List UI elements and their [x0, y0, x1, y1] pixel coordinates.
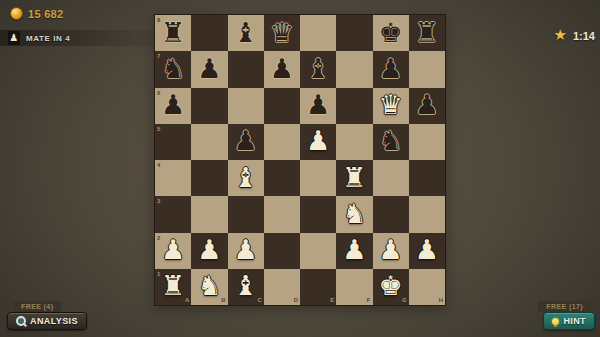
square-f1[interactable]: F	[336, 269, 372, 305]
square-g7[interactable]: ♟	[373, 51, 409, 87]
square-d2[interactable]	[264, 233, 300, 269]
objective-label: MATE IN 4	[26, 34, 70, 43]
square-b3[interactable]	[191, 196, 227, 232]
square-c6[interactable]	[228, 88, 264, 124]
piece-white-pawn[interactable]: ♟	[342, 236, 366, 263]
piece-white-pawn[interactable]: ♟	[161, 236, 185, 263]
rank-label: 8	[157, 17, 160, 23]
piece-black-pawn[interactable]: ♟	[234, 127, 258, 154]
piece-white-king[interactable]: ♚	[379, 272, 403, 299]
square-a6[interactable]: 6♟	[155, 88, 191, 124]
chess-board: 8♜♝♛♚♜7♞♟♟♝♟6♟♟♛♟5♟♟♞4♝♜3♞2♟♟♟♟♟♟1A♜B♞C♝…	[155, 15, 445, 305]
objective-badge: ♟ MATE IN 4	[0, 30, 175, 46]
square-g5[interactable]: ♞	[373, 124, 409, 160]
square-d3[interactable]	[264, 196, 300, 232]
hint-button[interactable]: HINT	[543, 312, 595, 330]
square-a7[interactable]: 7♞	[155, 51, 191, 87]
piece-black-rook[interactable]: ♜	[415, 19, 439, 46]
piece-white-rook[interactable]: ♜	[161, 272, 185, 299]
square-h7[interactable]	[409, 51, 445, 87]
magnifier-icon	[16, 316, 26, 326]
piece-white-queen[interactable]: ♛	[379, 91, 403, 118]
square-g6[interactable]: ♛	[373, 88, 409, 124]
square-c8[interactable]: ♝	[228, 15, 264, 51]
square-h8[interactable]: ♜	[409, 15, 445, 51]
file-label: C	[257, 297, 261, 303]
rank-label: 7	[157, 53, 160, 59]
square-c4[interactable]: ♝	[228, 160, 264, 196]
square-b5[interactable]	[191, 124, 227, 160]
hint-free-badge: FREE (17)	[538, 301, 591, 312]
piece-black-pawn[interactable]: ♟	[306, 91, 330, 118]
piece-black-bishop[interactable]: ♝	[306, 55, 330, 82]
rank-label: 2	[157, 235, 160, 241]
square-h6[interactable]: ♟	[409, 88, 445, 124]
square-f8[interactable]	[336, 15, 372, 51]
piece-black-knight[interactable]: ♞	[379, 127, 403, 154]
square-g4[interactable]	[373, 160, 409, 196]
file-label: A	[185, 297, 189, 303]
hint-button-label: HINT	[563, 316, 586, 326]
file-label: D	[294, 297, 298, 303]
piece-black-king[interactable]: ♚	[379, 19, 403, 46]
square-c7[interactable]	[228, 51, 264, 87]
square-b2[interactable]: ♟	[191, 233, 227, 269]
square-g1[interactable]: G♚	[373, 269, 409, 305]
piece-white-knight[interactable]: ♞	[342, 200, 366, 227]
piece-white-bishop[interactable]: ♝	[234, 272, 258, 299]
analysis-button-label: ANALYSIS	[30, 316, 78, 326]
square-h2[interactable]: ♟	[409, 233, 445, 269]
timer-value: 1:14	[573, 30, 595, 42]
square-c3[interactable]	[228, 196, 264, 232]
square-d8[interactable]: ♛	[264, 15, 300, 51]
square-e5[interactable]: ♟	[300, 124, 336, 160]
piece-black-rook[interactable]: ♜	[161, 19, 185, 46]
square-a3[interactable]: 3	[155, 196, 191, 232]
square-d1[interactable]: D	[264, 269, 300, 305]
square-f6[interactable]	[336, 88, 372, 124]
coin-icon	[10, 7, 23, 20]
square-h3[interactable]	[409, 196, 445, 232]
file-label: H	[439, 297, 443, 303]
square-f5[interactable]	[336, 124, 372, 160]
piece-black-pawn[interactable]: ♟	[197, 55, 221, 82]
piece-black-pawn[interactable]: ♟	[415, 91, 439, 118]
square-d4[interactable]	[264, 160, 300, 196]
square-a1[interactable]: 1A♜	[155, 269, 191, 305]
rank-label: 4	[157, 162, 160, 168]
square-h1[interactable]: H	[409, 269, 445, 305]
square-e4[interactable]	[300, 160, 336, 196]
square-a5[interactable]: 5	[155, 124, 191, 160]
square-e1[interactable]: E	[300, 269, 336, 305]
square-g3[interactable]	[373, 196, 409, 232]
analysis-free-badge: FREE (4)	[13, 301, 61, 312]
file-label: B	[221, 297, 225, 303]
square-b6[interactable]	[191, 88, 227, 124]
square-a4[interactable]: 4	[155, 160, 191, 196]
piece-white-bishop[interactable]: ♝	[234, 164, 258, 191]
square-g8[interactable]: ♚	[373, 15, 409, 51]
square-c2[interactable]: ♟	[228, 233, 264, 269]
piece-white-pawn[interactable]: ♟	[197, 236, 221, 263]
square-h4[interactable]	[409, 160, 445, 196]
square-e7[interactable]: ♝	[300, 51, 336, 87]
square-h5[interactable]	[409, 124, 445, 160]
piece-white-pawn[interactable]: ♟	[306, 127, 330, 154]
piece-black-pawn[interactable]: ♟	[270, 55, 294, 82]
square-f3[interactable]: ♞	[336, 196, 372, 232]
piece-black-queen[interactable]: ♛	[270, 19, 294, 46]
rank-label: 1	[157, 271, 160, 277]
coins-count: 15 682	[28, 8, 63, 20]
piece-white-pawn[interactable]: ♟	[379, 236, 403, 263]
piece-white-pawn[interactable]: ♟	[234, 236, 258, 263]
piece-black-knight[interactable]: ♞	[161, 55, 185, 82]
piece-white-rook[interactable]: ♜	[342, 164, 366, 191]
timer-display: ★ 1:14	[554, 28, 595, 43]
square-b7[interactable]: ♟	[191, 51, 227, 87]
square-a8[interactable]: 8♜	[155, 15, 191, 51]
pawn-icon: ♟	[8, 31, 20, 45]
square-d6[interactable]	[264, 88, 300, 124]
file-label: E	[330, 297, 334, 303]
square-e8[interactable]	[300, 15, 336, 51]
rank-label: 6	[157, 90, 160, 96]
rank-label: 3	[157, 198, 160, 204]
file-label: G	[402, 297, 407, 303]
square-b4[interactable]	[191, 160, 227, 196]
square-d5[interactable]	[264, 124, 300, 160]
piece-white-pawn[interactable]: ♟	[415, 236, 439, 263]
piece-white-knight[interactable]: ♞	[197, 272, 221, 299]
lightbulb-icon	[552, 318, 559, 325]
square-c5[interactable]: ♟	[228, 124, 264, 160]
square-e3[interactable]	[300, 196, 336, 232]
square-f4[interactable]: ♜	[336, 160, 372, 196]
piece-black-pawn[interactable]: ♟	[161, 91, 185, 118]
analysis-button[interactable]: ANALYSIS	[7, 312, 87, 330]
square-d7[interactable]: ♟	[264, 51, 300, 87]
square-b1[interactable]: B♞	[191, 269, 227, 305]
square-e2[interactable]	[300, 233, 336, 269]
square-a2[interactable]: 2♟	[155, 233, 191, 269]
piece-black-pawn[interactable]: ♟	[379, 55, 403, 82]
file-label: F	[367, 297, 371, 303]
square-b8[interactable]	[191, 15, 227, 51]
square-g2[interactable]: ♟	[373, 233, 409, 269]
coins-display: 15 682	[10, 7, 63, 20]
rank-label: 5	[157, 126, 160, 132]
star-icon: ★	[554, 28, 567, 43]
square-f2[interactable]: ♟	[336, 233, 372, 269]
square-f7[interactable]	[336, 51, 372, 87]
square-e6[interactable]: ♟	[300, 88, 336, 124]
piece-black-bishop[interactable]: ♝	[234, 19, 258, 46]
square-c1[interactable]: C♝	[228, 269, 264, 305]
